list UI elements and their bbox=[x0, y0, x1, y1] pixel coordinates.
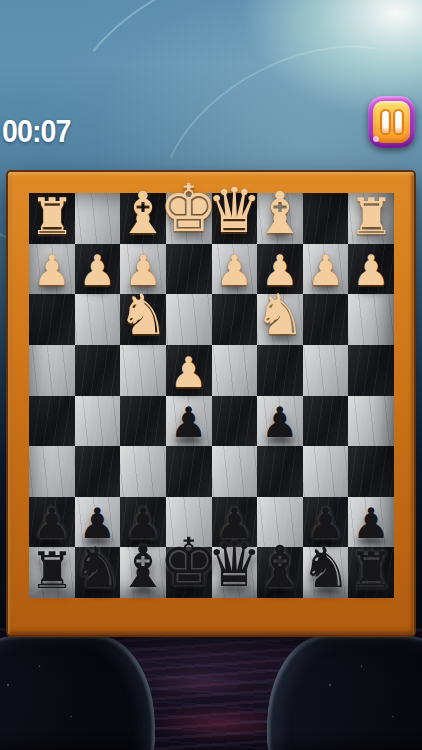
white-pawn-c2[interactable]: ♟ bbox=[261, 250, 299, 292]
square-r8c5[interactable]: ♛ bbox=[212, 547, 258, 598]
square-r3c5[interactable] bbox=[212, 294, 258, 345]
square-r7c8[interactable]: ♟ bbox=[348, 497, 394, 548]
square-r6c3[interactable] bbox=[120, 446, 166, 497]
black-pawn-e5[interactable]: ♟ bbox=[170, 402, 208, 444]
square-r3c7[interactable] bbox=[303, 294, 349, 345]
square-r8c7[interactable]: ♞ bbox=[303, 547, 349, 598]
square-r7c1[interactable]: ♟ bbox=[29, 497, 75, 548]
square-r8c8[interactable]: ♜ bbox=[348, 547, 394, 598]
bottom-scene bbox=[0, 628, 422, 750]
black-rook-h8[interactable]: ♜ bbox=[29, 546, 74, 596]
pause-icon bbox=[373, 101, 410, 143]
square-r8c6[interactable]: ♝ bbox=[257, 547, 303, 598]
square-r4c5[interactable] bbox=[212, 345, 258, 396]
square-r6c1[interactable] bbox=[29, 446, 75, 497]
square-r4c3[interactable] bbox=[120, 345, 166, 396]
square-r5c8[interactable] bbox=[348, 396, 394, 447]
square-r1c2[interactable] bbox=[75, 193, 121, 244]
square-r5c7[interactable] bbox=[303, 396, 349, 447]
square-r3c6[interactable]: ♞ bbox=[257, 294, 303, 345]
black-pawn-d7[interactable]: ♟ bbox=[215, 503, 253, 545]
square-r8c2[interactable]: ♞ bbox=[75, 547, 121, 598]
black-bishop-c8[interactable]: ♝ bbox=[254, 538, 306, 596]
black-bishop-f8[interactable]: ♝ bbox=[117, 538, 169, 596]
square-r4c1[interactable] bbox=[29, 345, 75, 396]
white-pawn-e4[interactable]: ♟ bbox=[170, 352, 208, 394]
square-r5c2[interactable] bbox=[75, 396, 121, 447]
white-pawn-f2[interactable]: ♟ bbox=[124, 250, 162, 292]
square-r5c6[interactable]: ♟ bbox=[257, 396, 303, 447]
white-pawn-b2[interactable]: ♟ bbox=[307, 250, 345, 292]
black-knight-g8[interactable]: ♞ bbox=[72, 540, 122, 596]
square-r7c7[interactable]: ♟ bbox=[303, 497, 349, 548]
square-r2c2[interactable]: ♟ bbox=[75, 244, 121, 295]
square-r5c5[interactable] bbox=[212, 396, 258, 447]
square-r2c1[interactable]: ♟ bbox=[29, 244, 75, 295]
black-pawn-a7[interactable]: ♟ bbox=[352, 503, 390, 545]
square-r1c1[interactable]: ♜ bbox=[29, 193, 75, 244]
square-r7c5[interactable]: ♟ bbox=[212, 497, 258, 548]
white-queen-d1[interactable]: ♛ bbox=[207, 180, 263, 242]
square-r3c8[interactable] bbox=[348, 294, 394, 345]
square-r2c3[interactable]: ♟ bbox=[120, 244, 166, 295]
game-timer: 00:07 bbox=[2, 114, 70, 150]
square-r2c6[interactable]: ♟ bbox=[257, 244, 303, 295]
square-r7c6[interactable] bbox=[257, 497, 303, 548]
black-rook-a8[interactable]: ♜ bbox=[349, 546, 394, 596]
white-knight-c3[interactable]: ♞ bbox=[255, 287, 305, 343]
square-r1c4[interactable]: ♚ bbox=[166, 193, 212, 244]
app-screen: 00:07 ♜♝♚♛♝♜♟♟♟♟♟♟♟♞♞♟♟♟♟♟♟♟♟♟♜♞♝♚♛♝♞♜ bbox=[0, 0, 422, 750]
chess-board-frame: ♜♝♚♛♝♜♟♟♟♟♟♟♟♞♞♟♟♟♟♟♟♟♟♟♜♞♝♚♛♝♞♜ bbox=[8, 172, 414, 635]
giant-piece-silhouette-left bbox=[0, 635, 155, 750]
square-r2c4[interactable] bbox=[166, 244, 212, 295]
square-r2c7[interactable]: ♟ bbox=[303, 244, 349, 295]
square-r4c4[interactable]: ♟ bbox=[166, 345, 212, 396]
square-r5c3[interactable] bbox=[120, 396, 166, 447]
square-r2c8[interactable]: ♟ bbox=[348, 244, 394, 295]
square-r3c1[interactable] bbox=[29, 294, 75, 345]
white-pawn-g2[interactable]: ♟ bbox=[79, 250, 117, 292]
black-pawn-b7[interactable]: ♟ bbox=[307, 503, 345, 545]
square-r5c1[interactable] bbox=[29, 396, 75, 447]
black-pawn-h7[interactable]: ♟ bbox=[33, 503, 71, 545]
pause-bar-icon bbox=[382, 111, 389, 133]
square-r8c1[interactable]: ♜ bbox=[29, 547, 75, 598]
square-r7c2[interactable]: ♟ bbox=[75, 497, 121, 548]
square-r5c4[interactable]: ♟ bbox=[166, 396, 212, 447]
square-r4c2[interactable] bbox=[75, 345, 121, 396]
square-r1c7[interactable] bbox=[303, 193, 349, 244]
square-r8c3[interactable]: ♝ bbox=[120, 547, 166, 598]
square-r3c2[interactable] bbox=[75, 294, 121, 345]
giant-piece-silhouette-right bbox=[267, 635, 422, 750]
square-r3c3[interactable]: ♞ bbox=[120, 294, 166, 345]
white-knight-f3[interactable]: ♞ bbox=[118, 287, 168, 343]
white-pawn-d2[interactable]: ♟ bbox=[215, 250, 253, 292]
black-pawn-g7[interactable]: ♟ bbox=[79, 503, 117, 545]
square-r4c7[interactable] bbox=[303, 345, 349, 396]
white-pawn-h2[interactable]: ♟ bbox=[33, 250, 71, 292]
white-bishop-c1[interactable]: ♝ bbox=[254, 184, 306, 242]
chess-board[interactable]: ♜♝♚♛♝♜♟♟♟♟♟♟♟♞♞♟♟♟♟♟♟♟♟♟♜♞♝♚♛♝♞♜ bbox=[29, 193, 394, 598]
square-r7c4[interactable] bbox=[166, 497, 212, 548]
pause-bar-icon bbox=[395, 111, 402, 133]
black-pawn-c5[interactable]: ♟ bbox=[261, 402, 299, 444]
white-pawn-a2[interactable]: ♟ bbox=[352, 250, 390, 292]
square-r1c5[interactable]: ♛ bbox=[212, 193, 258, 244]
black-pawn-f7[interactable]: ♟ bbox=[124, 503, 162, 545]
square-r4c8[interactable] bbox=[348, 345, 394, 396]
white-rook-a1[interactable]: ♜ bbox=[349, 192, 394, 242]
square-r8c4[interactable]: ♚ bbox=[166, 547, 212, 598]
square-r1c6[interactable]: ♝ bbox=[257, 193, 303, 244]
square-r4c6[interactable] bbox=[257, 345, 303, 396]
pause-button[interactable] bbox=[368, 96, 415, 148]
white-king-e1[interactable]: ♚ bbox=[159, 176, 218, 242]
square-r6c2[interactable] bbox=[75, 446, 121, 497]
square-r6c6[interactable] bbox=[257, 446, 303, 497]
square-r1c3[interactable]: ♝ bbox=[120, 193, 166, 244]
square-r1c8[interactable]: ♜ bbox=[348, 193, 394, 244]
square-r2c5[interactable]: ♟ bbox=[212, 244, 258, 295]
square-r6c4[interactable] bbox=[166, 446, 212, 497]
square-r6c8[interactable] bbox=[348, 446, 394, 497]
square-r6c5[interactable] bbox=[212, 446, 258, 497]
white-rook-h1[interactable]: ♜ bbox=[29, 192, 74, 242]
white-bishop-f1[interactable]: ♝ bbox=[117, 184, 169, 242]
square-r3c4[interactable] bbox=[166, 294, 212, 345]
square-r7c3[interactable]: ♟ bbox=[120, 497, 166, 548]
black-knight-b8[interactable]: ♞ bbox=[300, 540, 350, 596]
square-r6c7[interactable] bbox=[303, 446, 349, 497]
